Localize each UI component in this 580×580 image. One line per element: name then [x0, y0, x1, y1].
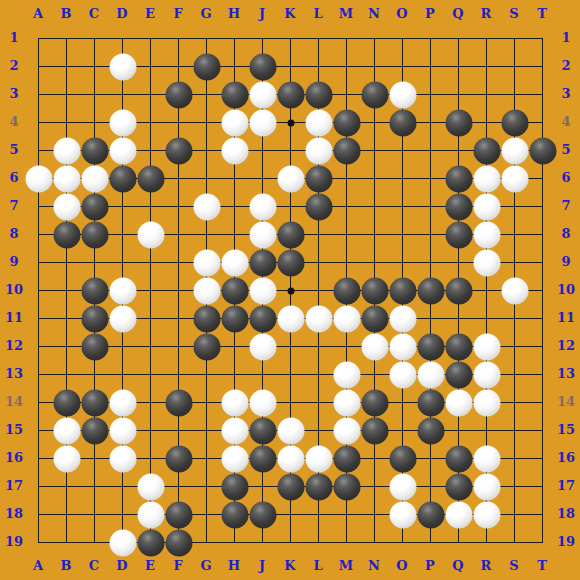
col-label-top-D: D [108, 6, 136, 22]
stone-white[interactable] [249, 221, 276, 248]
stone-white[interactable] [501, 277, 528, 304]
row-label-left-9: 9 [0, 254, 28, 270]
stone-black[interactable] [249, 53, 276, 80]
stone-white[interactable] [249, 109, 276, 136]
row-label-left-5: 5 [0, 142, 28, 158]
stone-white[interactable] [277, 417, 304, 444]
stone-black[interactable] [193, 305, 220, 332]
stone-white[interactable] [221, 417, 248, 444]
star-point [287, 119, 294, 126]
stone-white[interactable] [333, 305, 360, 332]
stone-black[interactable] [137, 529, 164, 556]
stone-black[interactable] [417, 501, 444, 528]
row-label-right-15: 15 [552, 422, 580, 438]
stone-white[interactable] [305, 109, 332, 136]
stone-white[interactable] [389, 473, 416, 500]
stone-white[interactable] [501, 165, 528, 192]
stone-black[interactable] [81, 417, 108, 444]
row-label-right-8: 8 [552, 226, 580, 242]
row-label-right-3: 3 [552, 86, 580, 102]
row-label-right-10: 10 [552, 282, 580, 298]
row-label-left-15: 15 [0, 422, 28, 438]
stone-black[interactable] [361, 417, 388, 444]
stone-white[interactable] [277, 305, 304, 332]
row-label-left-7: 7 [0, 198, 28, 214]
stone-black[interactable] [81, 137, 108, 164]
stone-black[interactable] [389, 445, 416, 472]
stone-white[interactable] [389, 361, 416, 388]
go-board[interactable]: AABBCCDDEEFFGGHHJJKKLLMMNNOOPPQQRRSSTT11… [0, 0, 580, 580]
row-label-right-9: 9 [552, 254, 580, 270]
stone-white[interactable] [53, 445, 80, 472]
stone-black[interactable] [221, 277, 248, 304]
stone-black[interactable] [53, 389, 80, 416]
stone-black[interactable] [81, 333, 108, 360]
row-label-left-18: 18 [0, 506, 28, 522]
stone-white[interactable] [53, 193, 80, 220]
stone-black[interactable] [81, 305, 108, 332]
col-label-bottom-L: L [304, 558, 332, 574]
col-label-bottom-T: T [528, 558, 556, 574]
stone-black[interactable] [305, 165, 332, 192]
stone-white[interactable] [473, 473, 500, 500]
stone-white[interactable] [249, 193, 276, 220]
stone-black[interactable] [445, 221, 472, 248]
stone-black[interactable] [445, 165, 472, 192]
stone-white[interactable] [333, 389, 360, 416]
row-label-left-11: 11 [0, 310, 28, 326]
stone-black[interactable] [165, 445, 192, 472]
stone-black[interactable] [249, 249, 276, 276]
stone-white[interactable] [501, 137, 528, 164]
stone-black[interactable] [165, 137, 192, 164]
stone-black[interactable] [445, 473, 472, 500]
stone-black[interactable] [277, 81, 304, 108]
stone-white[interactable] [109, 529, 136, 556]
stone-black[interactable] [249, 417, 276, 444]
stone-black[interactable] [249, 305, 276, 332]
stone-white[interactable] [277, 165, 304, 192]
stone-black[interactable] [417, 417, 444, 444]
row-label-right-19: 19 [552, 534, 580, 550]
col-label-top-B: B [52, 6, 80, 22]
col-label-top-O: O [388, 6, 416, 22]
stone-black[interactable] [305, 81, 332, 108]
stone-black[interactable] [361, 81, 388, 108]
stone-white[interactable] [417, 361, 444, 388]
row-label-left-6: 6 [0, 170, 28, 186]
stone-white[interactable] [193, 193, 220, 220]
stone-black[interactable] [305, 193, 332, 220]
stone-white[interactable] [305, 137, 332, 164]
stone-black[interactable] [361, 389, 388, 416]
col-label-top-J: J [248, 6, 276, 22]
stone-black[interactable] [165, 529, 192, 556]
star-point [287, 287, 294, 294]
stone-white[interactable] [25, 165, 52, 192]
row-label-right-13: 13 [552, 366, 580, 382]
stone-black[interactable] [193, 333, 220, 360]
stone-black[interactable] [445, 193, 472, 220]
stone-white[interactable] [249, 277, 276, 304]
stone-black[interactable] [333, 445, 360, 472]
col-label-top-M: M [332, 6, 360, 22]
col-label-top-Q: Q [444, 6, 472, 22]
stone-black[interactable] [221, 501, 248, 528]
col-label-bottom-G: G [192, 558, 220, 574]
stone-black[interactable] [81, 389, 108, 416]
stone-black[interactable] [221, 473, 248, 500]
stone-white[interactable] [221, 389, 248, 416]
col-label-bottom-B: B [52, 558, 80, 574]
stone-black[interactable] [333, 277, 360, 304]
stone-white[interactable] [473, 165, 500, 192]
stone-white[interactable] [361, 333, 388, 360]
stone-white[interactable] [109, 109, 136, 136]
col-label-bottom-N: N [360, 558, 388, 574]
col-label-top-H: H [220, 6, 248, 22]
row-label-left-4: 4 [0, 114, 28, 130]
row-label-right-6: 6 [552, 170, 580, 186]
stone-white[interactable] [221, 109, 248, 136]
stone-black[interactable] [249, 501, 276, 528]
stone-black[interactable] [277, 473, 304, 500]
stone-black[interactable] [109, 165, 136, 192]
stone-white[interactable] [473, 501, 500, 528]
stone-white[interactable] [473, 221, 500, 248]
stone-white[interactable] [53, 137, 80, 164]
stone-white[interactable] [221, 445, 248, 472]
stone-white[interactable] [109, 305, 136, 332]
stone-white[interactable] [137, 221, 164, 248]
stone-white[interactable] [389, 81, 416, 108]
row-label-right-12: 12 [552, 338, 580, 354]
row-label-right-2: 2 [552, 58, 580, 74]
row-label-left-3: 3 [0, 86, 28, 102]
col-label-bottom-A: A [24, 558, 52, 574]
col-label-bottom-F: F [164, 558, 192, 574]
row-label-right-5: 5 [552, 142, 580, 158]
stone-white[interactable] [137, 473, 164, 500]
col-label-bottom-K: K [276, 558, 304, 574]
stone-black[interactable] [361, 305, 388, 332]
col-label-top-T: T [528, 6, 556, 22]
stone-white[interactable] [137, 501, 164, 528]
stone-white[interactable] [53, 417, 80, 444]
stone-black[interactable] [361, 277, 388, 304]
stone-black[interactable] [445, 333, 472, 360]
stone-black[interactable] [389, 277, 416, 304]
row-label-right-14: 14 [552, 394, 580, 410]
stone-black[interactable] [81, 277, 108, 304]
row-label-left-2: 2 [0, 58, 28, 74]
stone-white[interactable] [221, 137, 248, 164]
col-label-top-K: K [276, 6, 304, 22]
stone-black[interactable] [277, 221, 304, 248]
col-label-bottom-R: R [472, 558, 500, 574]
col-label-top-A: A [24, 6, 52, 22]
stone-black[interactable] [53, 221, 80, 248]
col-label-bottom-E: E [136, 558, 164, 574]
stone-white[interactable] [389, 305, 416, 332]
stone-white[interactable] [389, 501, 416, 528]
stone-black[interactable] [417, 277, 444, 304]
col-label-bottom-H: H [220, 558, 248, 574]
row-label-right-18: 18 [552, 506, 580, 522]
stone-white[interactable] [305, 305, 332, 332]
stone-white[interactable] [193, 249, 220, 276]
stone-white[interactable] [249, 81, 276, 108]
row-label-left-12: 12 [0, 338, 28, 354]
col-label-top-E: E [136, 6, 164, 22]
col-label-bottom-M: M [332, 558, 360, 574]
stone-black[interactable] [389, 109, 416, 136]
stone-black[interactable] [277, 249, 304, 276]
col-label-top-N: N [360, 6, 388, 22]
stone-white[interactable] [473, 333, 500, 360]
stone-black[interactable] [165, 81, 192, 108]
stone-white[interactable] [333, 417, 360, 444]
stone-white[interactable] [109, 417, 136, 444]
stone-black[interactable] [81, 193, 108, 220]
stone-black[interactable] [417, 333, 444, 360]
stone-white[interactable] [473, 193, 500, 220]
row-label-right-1: 1 [552, 30, 580, 46]
stone-white[interactable] [445, 501, 472, 528]
stone-white[interactable] [473, 445, 500, 472]
stone-white[interactable] [109, 389, 136, 416]
stone-white[interactable] [193, 277, 220, 304]
row-label-left-1: 1 [0, 30, 28, 46]
row-label-left-14: 14 [0, 394, 28, 410]
row-label-left-16: 16 [0, 450, 28, 466]
stone-white[interactable] [277, 445, 304, 472]
col-label-top-R: R [472, 6, 500, 22]
stone-black[interactable] [333, 137, 360, 164]
stone-white[interactable] [249, 333, 276, 360]
col-label-top-F: F [164, 6, 192, 22]
row-label-left-10: 10 [0, 282, 28, 298]
col-label-top-P: P [416, 6, 444, 22]
stone-black[interactable] [333, 473, 360, 500]
col-label-top-S: S [500, 6, 528, 22]
stone-white[interactable] [473, 361, 500, 388]
stone-white[interactable] [249, 389, 276, 416]
row-label-right-16: 16 [552, 450, 580, 466]
stone-white[interactable] [109, 137, 136, 164]
row-label-left-19: 19 [0, 534, 28, 550]
row-label-right-7: 7 [552, 198, 580, 214]
stone-black[interactable] [417, 389, 444, 416]
stone-white[interactable] [445, 389, 472, 416]
col-label-top-G: G [192, 6, 220, 22]
row-label-left-17: 17 [0, 478, 28, 494]
stone-black[interactable] [165, 389, 192, 416]
row-label-right-4: 4 [552, 114, 580, 130]
stone-black[interactable] [445, 109, 472, 136]
row-label-left-8: 8 [0, 226, 28, 242]
stone-white[interactable] [221, 249, 248, 276]
stone-white[interactable] [473, 389, 500, 416]
stone-black[interactable] [221, 81, 248, 108]
stone-white[interactable] [305, 445, 332, 472]
stone-black[interactable] [445, 445, 472, 472]
stone-black[interactable] [333, 109, 360, 136]
stone-black[interactable] [221, 305, 248, 332]
stone-black[interactable] [445, 277, 472, 304]
stone-black[interactable] [81, 221, 108, 248]
stone-black[interactable] [445, 361, 472, 388]
stone-black[interactable] [193, 53, 220, 80]
stone-white[interactable] [109, 277, 136, 304]
col-label-top-C: C [80, 6, 108, 22]
stone-black[interactable] [165, 501, 192, 528]
stone-black[interactable] [305, 473, 332, 500]
col-label-bottom-P: P [416, 558, 444, 574]
stone-white[interactable] [53, 165, 80, 192]
col-label-bottom-D: D [108, 558, 136, 574]
col-label-top-L: L [304, 6, 332, 22]
stone-black[interactable] [501, 109, 528, 136]
stone-white[interactable] [473, 249, 500, 276]
col-label-bottom-O: O [388, 558, 416, 574]
stone-white[interactable] [109, 53, 136, 80]
stone-black[interactable] [473, 137, 500, 164]
stone-white[interactable] [333, 361, 360, 388]
stone-white[interactable] [109, 445, 136, 472]
row-label-right-17: 17 [552, 478, 580, 494]
col-label-bottom-J: J [248, 558, 276, 574]
stone-white[interactable] [389, 333, 416, 360]
row-label-left-13: 13 [0, 366, 28, 382]
stone-white[interactable] [81, 165, 108, 192]
grid-line-vertical [542, 38, 543, 543]
col-label-bottom-Q: Q [444, 558, 472, 574]
col-label-bottom-C: C [80, 558, 108, 574]
col-label-bottom-S: S [500, 558, 528, 574]
row-label-right-11: 11 [552, 310, 580, 326]
stone-black[interactable] [137, 165, 164, 192]
stone-black[interactable] [249, 445, 276, 472]
